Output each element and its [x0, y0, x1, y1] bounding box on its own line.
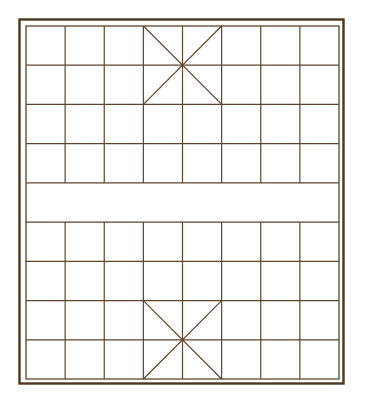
- board-panel: [8, 2, 359, 391]
- xiangqi-board: 楚河 汉界 車士車士将兵馬炮馬車卒卒帥: [0, 0, 370, 393]
